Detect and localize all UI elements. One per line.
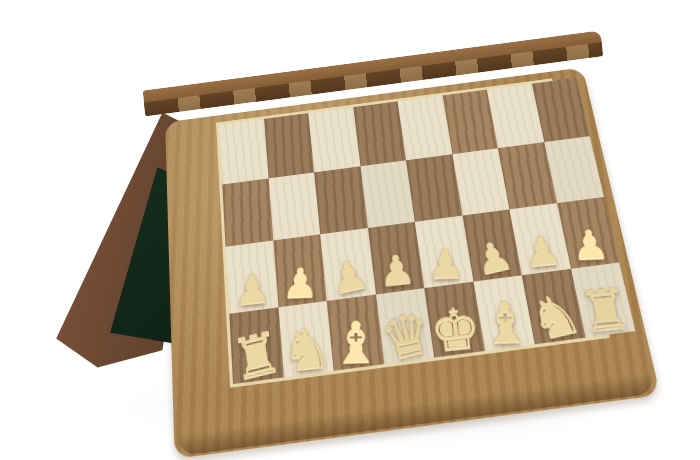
white-knight-b1: ♞	[280, 318, 333, 380]
white-rook-a1: ♜	[228, 322, 287, 390]
square-a4	[219, 119, 268, 184]
white-bishop-c1: ♝	[331, 313, 382, 371]
white-pawn-f2: ♟	[470, 233, 517, 281]
white-pawn-e2: ♟	[426, 243, 465, 284]
square-a1: ♜	[229, 307, 283, 384]
square-a3	[222, 178, 273, 247]
white-king-e1: ♚	[428, 299, 485, 360]
white-pawn-h2: ♟	[570, 224, 612, 265]
travel-chess-set-photo: ♟♟♟♟♟♟♟♟♜♞♝♛♚♝♞♜	[0, 0, 700, 460]
white-pawn-a2: ♟	[234, 267, 272, 311]
board-face: ♟♟♟♟♟♟♟♟♜♞♝♛♚♝♞♜	[165, 67, 660, 458]
white-pawn-c2: ♟	[327, 252, 371, 300]
white-pawn-d2: ♟	[377, 248, 417, 292]
square-b3	[268, 172, 320, 241]
white-pawn-b2: ♟	[282, 262, 319, 304]
square-b2: ♟	[273, 234, 327, 307]
board-assembly: ♟♟♟♟♟♟♟♟♜♞♝♛♚♝♞♜	[130, 27, 673, 454]
square-b1: ♞	[278, 300, 334, 377]
square-a2: ♟	[226, 241, 278, 314]
board-squares: ♟♟♟♟♟♟♟♟♜♞♝♛♚♝♞♜	[219, 81, 606, 384]
square-c1: ♝	[327, 294, 384, 371]
square-d1: ♛	[375, 288, 434, 365]
square-c4	[308, 107, 360, 172]
white-pawn-g2: ♟	[521, 229, 564, 272]
square-d3	[360, 160, 415, 228]
square-c2: ♟	[320, 228, 375, 300]
square-b4	[264, 113, 314, 178]
board-inner-border: ♟♟♟♟♟♟♟♟♜♞♝♛♚♝♞♜	[216, 78, 610, 387]
square-c3	[314, 166, 367, 234]
